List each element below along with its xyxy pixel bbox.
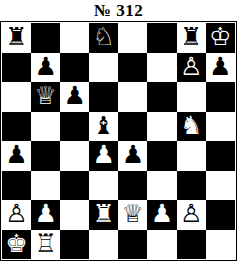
- square-d1: [89, 230, 118, 260]
- square-f6: [147, 82, 176, 112]
- square-f3: [147, 171, 176, 201]
- square-e8: [118, 23, 147, 53]
- square-a6: [2, 82, 31, 112]
- square-a3: [2, 171, 31, 201]
- square-d6: [89, 82, 118, 112]
- square-b1: ♖: [31, 230, 60, 260]
- piece-black-rook: ♜: [5, 24, 27, 49]
- piece-white-knight: ♞: [180, 113, 202, 138]
- square-a1: ♚: [2, 230, 31, 260]
- square-a2: ♙: [2, 200, 31, 230]
- square-f1: [147, 230, 176, 260]
- square-d7: [89, 53, 118, 83]
- square-c5: [60, 112, 89, 142]
- piece-black-pawn: ♟: [5, 142, 27, 167]
- square-f8: [147, 23, 176, 53]
- square-b4: [31, 141, 60, 171]
- square-d3: [89, 171, 118, 201]
- piece-black-pawn: ♟: [209, 54, 231, 79]
- piece-black-pawn: ♙: [180, 54, 202, 79]
- piece-white-pawn: ♟: [34, 201, 56, 226]
- piece-white-pawn: ♟: [151, 201, 173, 226]
- piece-white-rook: ♖: [34, 231, 56, 256]
- square-c7: [60, 53, 89, 83]
- piece-white-rook: ♜: [93, 201, 115, 226]
- piece-white-pawn: ♙: [180, 201, 202, 226]
- square-d4: ♟: [89, 141, 118, 171]
- square-g4: [177, 141, 206, 171]
- puzzle-number: № 312: [0, 0, 237, 21]
- square-g6: [177, 82, 206, 112]
- square-d8: ♘: [89, 23, 118, 53]
- square-e4: ♟: [118, 141, 147, 171]
- square-b3: [31, 171, 60, 201]
- square-b6: ♕: [31, 82, 60, 112]
- square-c8: [60, 23, 89, 53]
- square-h7: ♟: [206, 53, 235, 83]
- square-b8: [31, 23, 60, 53]
- square-h3: [206, 171, 235, 201]
- square-f7: [147, 53, 176, 83]
- piece-white-pawn: ♙: [5, 201, 27, 226]
- square-e5: [118, 112, 147, 142]
- piece-black-rook: ♜: [180, 24, 202, 49]
- square-e6: [118, 82, 147, 112]
- square-h2: [206, 200, 235, 230]
- square-b5: [31, 112, 60, 142]
- square-c2: [60, 200, 89, 230]
- piece-black-pawn: ♟: [34, 54, 56, 79]
- square-h1: [206, 230, 235, 260]
- piece-black-pawn: ♟: [122, 142, 144, 167]
- square-h6: [206, 82, 235, 112]
- square-b7: ♟: [31, 53, 60, 83]
- square-f4: [147, 141, 176, 171]
- square-g7: ♙: [177, 53, 206, 83]
- square-g2: ♙: [177, 200, 206, 230]
- piece-black-knight: ♘: [93, 24, 115, 49]
- square-g8: ♜: [177, 23, 206, 53]
- square-c3: [60, 171, 89, 201]
- piece-black-bishop: ♝: [93, 113, 115, 138]
- square-h5: [206, 112, 235, 142]
- square-e2: ♕: [118, 200, 147, 230]
- square-d2: ♜: [89, 200, 118, 230]
- square-d5: ♝: [89, 112, 118, 142]
- square-a7: [2, 53, 31, 83]
- square-a8: ♜: [2, 23, 31, 53]
- square-e1: [118, 230, 147, 260]
- square-c1: [60, 230, 89, 260]
- square-f2: ♟: [147, 200, 176, 230]
- piece-white-pawn: ♟: [93, 142, 115, 167]
- square-h4: [206, 141, 235, 171]
- square-b2: ♟: [31, 200, 60, 230]
- square-c4: [60, 141, 89, 171]
- square-g5: ♞: [177, 112, 206, 142]
- square-e3: [118, 171, 147, 201]
- square-a5: [2, 112, 31, 142]
- square-g3: [177, 171, 206, 201]
- piece-black-king: ♔: [209, 24, 231, 49]
- piece-black-pawn: ♟: [64, 83, 86, 108]
- square-a4: ♟: [2, 141, 31, 171]
- square-c6: ♟: [60, 82, 89, 112]
- piece-black-queen: ♕: [34, 83, 56, 108]
- square-e7: [118, 53, 147, 83]
- square-g1: [177, 230, 206, 260]
- square-h8: ♔: [206, 23, 235, 53]
- square-f5: [147, 112, 176, 142]
- chess-board: ♜♘♜♔♟♙♟♕♟♝♞♟♟♟♙♟♜♕♟♙♚♖: [0, 21, 237, 261]
- piece-white-king: ♚: [5, 231, 27, 256]
- piece-white-queen: ♕: [122, 201, 144, 226]
